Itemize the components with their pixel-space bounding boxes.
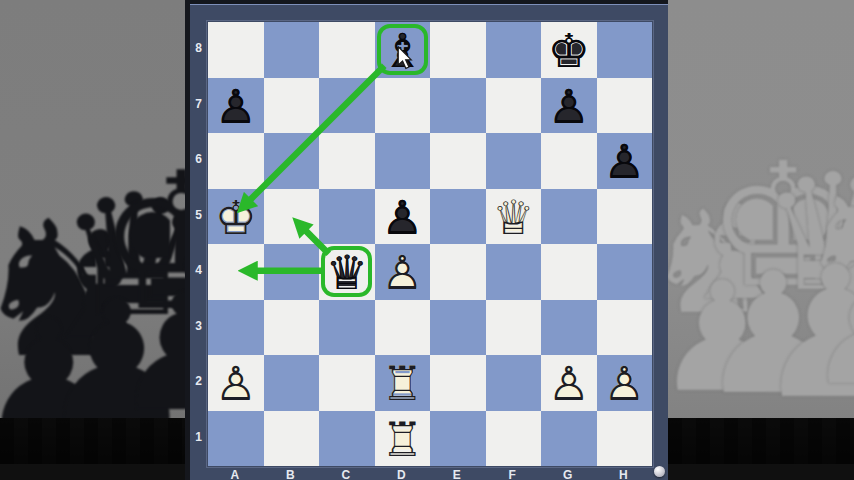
square-e1[interactable] [430, 411, 486, 467]
screenshot-stage: ♞ ♝ ♛ ♚ ♝ ♟ ♟ ♟ ♞ ♝ ♚ ♛ ♞ ♟ ♟ ♟ ♟ ♝♗♚♔♟♙… [0, 0, 854, 480]
square-b5[interactable] [264, 189, 320, 245]
queen-outline-icon: ♕ [319, 244, 375, 300]
square-h7[interactable] [597, 78, 653, 134]
white-rook-d1[interactable]: ♜♖ [375, 411, 431, 467]
file-label-b: B [263, 468, 319, 480]
pawn-outline-icon: ♙ [375, 189, 431, 245]
white-pawn-d4[interactable]: ♟♙ [375, 244, 431, 300]
pawn-outline-icon: ♙ [375, 244, 431, 300]
square-f1[interactable] [486, 411, 542, 467]
square-f7[interactable] [486, 78, 542, 134]
pawn-outline-icon: ♙ [597, 133, 653, 189]
rank-label-7: 7 [190, 77, 207, 133]
square-e6[interactable] [430, 133, 486, 189]
square-f8[interactable] [486, 22, 542, 78]
square-e2[interactable] [430, 355, 486, 411]
file-label-c: C [318, 468, 374, 480]
resize-grip-dot[interactable] [654, 466, 665, 477]
square-c3[interactable] [319, 300, 375, 356]
rook-outline-icon: ♖ [375, 411, 431, 467]
square-h3[interactable] [597, 300, 653, 356]
background-pawn-silhouette-icon: ♟ [112, 272, 190, 434]
square-b6[interactable] [264, 133, 320, 189]
white-queen-f5[interactable]: ♛♕ [486, 189, 542, 245]
square-h5[interactable] [597, 189, 653, 245]
square-f4[interactable] [486, 244, 542, 300]
rook-outline-icon: ♖ [375, 355, 431, 411]
background-photo-black-pieces: ♞ ♝ ♛ ♚ ♝ ♟ ♟ ♟ [0, 0, 190, 480]
square-c2[interactable] [319, 355, 375, 411]
square-g6[interactable] [541, 133, 597, 189]
background-photo-white-pieces: ♞ ♝ ♚ ♛ ♞ ♟ ♟ ♟ ♟ [668, 0, 854, 480]
king-outline-icon: ♔ [541, 22, 597, 78]
square-h4[interactable] [597, 244, 653, 300]
square-b8[interactable] [264, 22, 320, 78]
file-label-h: H [596, 468, 652, 480]
square-f6[interactable] [486, 133, 542, 189]
white-king-a5[interactable]: ♚♔ [208, 189, 264, 245]
pawn-outline-icon: ♙ [541, 78, 597, 134]
black-queen-c4[interactable]: ♛♕ [319, 244, 375, 300]
square-c1[interactable] [319, 411, 375, 467]
background-pawn-silhouette-icon: ♟ [806, 258, 854, 406]
rank-label-6: 6 [190, 132, 207, 188]
white-pawn-g2[interactable]: ♟♙ [541, 355, 597, 411]
pawn-outline-icon: ♙ [541, 355, 597, 411]
file-label-a: A [207, 468, 263, 480]
rank-label-5: 5 [190, 188, 207, 244]
square-b1[interactable] [264, 411, 320, 467]
black-pawn-g7[interactable]: ♟♙ [541, 78, 597, 134]
square-e7[interactable] [430, 78, 486, 134]
square-b3[interactable] [264, 300, 320, 356]
square-g1[interactable] [541, 411, 597, 467]
rank-label-3: 3 [190, 299, 207, 355]
square-e5[interactable] [430, 189, 486, 245]
bishop-outline-icon: ♗ [375, 22, 431, 78]
chess-board: ♝♗♚♔♟♙♟♙♟♙♚♔♟♙♛♕♛♕♟♙♟♙♜♖♟♙♟♙♜♖ [207, 21, 653, 467]
rank-label-2: 2 [190, 354, 207, 410]
pawn-outline-icon: ♙ [208, 355, 264, 411]
black-bishop-d8[interactable]: ♝♗ [375, 22, 431, 78]
square-c6[interactable] [319, 133, 375, 189]
square-a1[interactable] [208, 411, 264, 467]
black-pawn-d5[interactable]: ♟♙ [375, 189, 431, 245]
pawn-outline-icon: ♙ [208, 78, 264, 134]
square-c8[interactable] [319, 22, 375, 78]
rank-label-8: 8 [190, 21, 207, 77]
square-a6[interactable] [208, 133, 264, 189]
file-label-e: E [429, 468, 485, 480]
file-label-f: F [485, 468, 541, 480]
background-chessboard-table [0, 418, 190, 480]
square-b2[interactable] [264, 355, 320, 411]
chess-board-window: ♝♗♚♔♟♙♟♙♟♙♚♔♟♙♛♕♛♕♟♙♟♙♜♖♟♙♟♙♜♖ 87654321A… [190, 4, 668, 480]
rank-label-4: 4 [190, 243, 207, 299]
black-pawn-h6[interactable]: ♟♙ [597, 133, 653, 189]
square-h1[interactable] [597, 411, 653, 467]
black-king-g8[interactable]: ♚♔ [541, 22, 597, 78]
file-label-d: D [374, 468, 430, 480]
pawn-outline-icon: ♙ [597, 355, 653, 411]
square-g3[interactable] [541, 300, 597, 356]
square-d6[interactable] [375, 133, 431, 189]
square-a3[interactable] [208, 300, 264, 356]
white-pawn-h2[interactable]: ♟♙ [597, 355, 653, 411]
square-f2[interactable] [486, 355, 542, 411]
background-chessboard-table [668, 418, 854, 480]
square-d3[interactable] [375, 300, 431, 356]
square-d7[interactable] [375, 78, 431, 134]
square-b4[interactable] [264, 244, 320, 300]
square-g4[interactable] [541, 244, 597, 300]
file-label-g: G [540, 468, 596, 480]
square-c7[interactable] [319, 78, 375, 134]
queen-outline-icon: ♕ [486, 189, 542, 245]
rank-label-1: 1 [190, 410, 207, 466]
square-b7[interactable] [264, 78, 320, 134]
square-e4[interactable] [430, 244, 486, 300]
square-c5[interactable] [319, 189, 375, 245]
square-e3[interactable] [430, 300, 486, 356]
king-outline-icon: ♔ [208, 189, 264, 245]
square-e8[interactable] [430, 22, 486, 78]
square-a8[interactable] [208, 22, 264, 78]
square-a4[interactable] [208, 244, 264, 300]
square-f3[interactable] [486, 300, 542, 356]
square-g5[interactable] [541, 189, 597, 245]
white-pawn-a2[interactable]: ♟♙ [208, 355, 264, 411]
white-rook-d2[interactable]: ♜♖ [375, 355, 431, 411]
square-h8[interactable] [597, 22, 653, 78]
black-pawn-a7[interactable]: ♟♙ [208, 78, 264, 134]
